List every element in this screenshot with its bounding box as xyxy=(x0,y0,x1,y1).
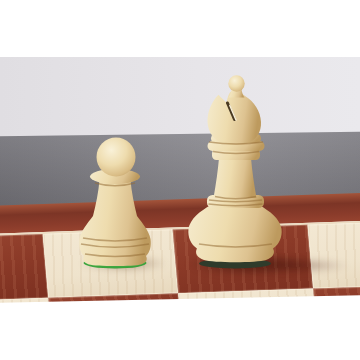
white-bishop[interactable] xyxy=(185,72,285,272)
board-square-row0-col3-light[interactable] xyxy=(308,222,360,289)
board-square-row0-col0-dark[interactable] xyxy=(0,234,48,300)
product-photo-scene xyxy=(0,0,360,360)
bishop-column xyxy=(214,158,257,198)
photo-top-margin xyxy=(0,0,360,57)
white-pawn[interactable] xyxy=(75,132,155,272)
photo-bottom-margin xyxy=(0,295,360,360)
bishop-finial-ball xyxy=(228,75,244,91)
pawn-head-ball xyxy=(97,138,136,177)
pawn-body xyxy=(79,180,151,266)
bishop-base xyxy=(188,205,281,262)
